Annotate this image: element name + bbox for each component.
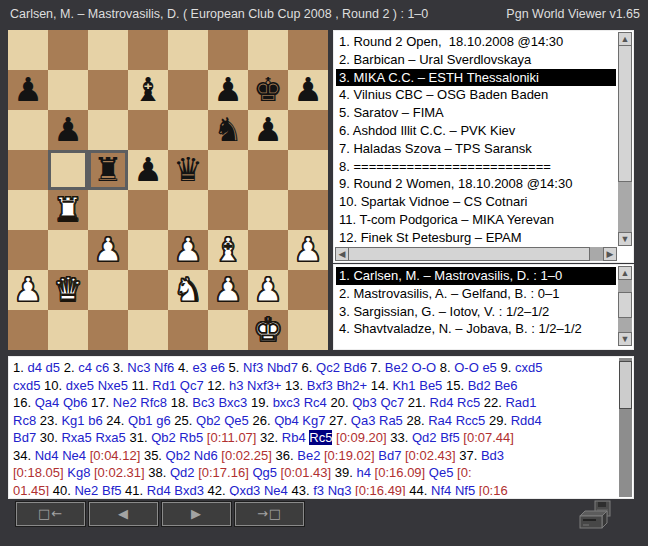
move[interactable]: Be6 <box>494 378 517 393</box>
move[interactable]: Bd7 <box>13 430 36 445</box>
square-b1 <box>48 310 88 350</box>
move-time[interactable]: [0:19.02] <box>324 448 375 463</box>
move-number: 29. <box>489 413 507 428</box>
move-number: 39. <box>335 465 353 480</box>
piece-black-pawn: ♟ <box>13 70 43 110</box>
square-d8 <box>128 30 168 70</box>
piece-black-bishop: ♝ <box>133 70 163 110</box>
square-d5: ♟ <box>128 150 168 190</box>
square-e5: ♛ <box>168 150 208 190</box>
move-number: 1. <box>13 360 24 375</box>
rounds-item-7[interactable]: 7. Haladas Szova – TPS Saransk <box>336 140 616 158</box>
games-item-3[interactable]: 3. Sargissian, G. – Iotov, V. : 1/2–1/2 <box>336 303 616 321</box>
move-line-4: Rc8 23. Kg1 b6 24. Qb1 g6 25. Qb2 Qe5 26… <box>13 412 613 430</box>
piece-white-pawn: ♟ <box>253 270 283 310</box>
scroll-left-icon[interactable]: ◀ <box>335 247 349 261</box>
square-g1: ♚ <box>248 310 288 350</box>
scroll-down-icon[interactable]: ▼ <box>618 232 632 246</box>
square-g8 <box>248 30 288 70</box>
move-time[interactable]: [0:16 <box>479 483 508 497</box>
move-number: 19. <box>251 395 269 410</box>
disk-drive-icon[interactable] <box>574 498 614 534</box>
piece-black-pawn: ♟ <box>133 150 163 190</box>
square-e8 <box>168 30 208 70</box>
move[interactable]: Qd2 <box>170 465 195 480</box>
scrollbar-thumb[interactable] <box>619 361 632 409</box>
rounds-item-10[interactable]: 10. Spartak Vidnoe – CS Cotnari <box>336 193 616 211</box>
move-number: 7. <box>370 360 381 375</box>
move-number: 36. <box>276 448 294 463</box>
move-number: 8. <box>440 360 451 375</box>
square-a3 <box>8 230 48 270</box>
square-a7: ♟ <box>8 70 48 110</box>
move[interactable]: Nf4 <box>431 483 451 497</box>
move-number: 4. <box>178 360 189 375</box>
scrollbar-thumb[interactable] <box>348 247 590 261</box>
games-item-4[interactable]: 4. Shavtvaladze, N. – Jobava, B. : 1/2–1… <box>336 320 616 338</box>
move[interactable]: Nd4 <box>35 448 59 463</box>
move-number: 43. <box>291 483 309 497</box>
move[interactable]: Qa3 <box>351 413 376 428</box>
games-vertical-scrollbar[interactable]: ▲ ▼ <box>618 266 632 346</box>
move[interactable]: Rc5 <box>457 395 480 410</box>
rounds-item-12[interactable]: 12. Finek St Petesburg – EPAM <box>336 229 616 246</box>
move[interactable]: Qb1 <box>128 413 153 428</box>
move[interactable]: cxd5 <box>13 378 40 393</box>
move[interactable]: Bc3 <box>192 395 214 410</box>
square-e7 <box>168 70 208 110</box>
square-b7 <box>48 70 88 110</box>
move[interactable]: Bh2+ <box>336 378 367 393</box>
piece-black-pawn: ♟ <box>213 70 243 110</box>
square-b8 <box>48 30 88 70</box>
prev-move-button[interactable]: ◀ <box>89 502 158 526</box>
move[interactable]: Nxf3+ <box>247 378 281 393</box>
move[interactable]: Qa4 <box>35 395 60 410</box>
square-d3 <box>128 230 168 270</box>
move-list: 1. d4 d5 2. c4 c6 3. Nc3 Nf6 4. e3 e6 5.… <box>13 359 613 496</box>
rounds-item-11[interactable]: 11. T-com Podgorica – MIKA Yerevan <box>336 211 616 229</box>
move[interactable]: Bd2 <box>468 378 491 393</box>
move[interactable]: Rxa5 <box>95 430 125 445</box>
move[interactable]: Bd6 <box>344 360 367 375</box>
move-number: 10. <box>44 378 62 393</box>
move[interactable]: O-O <box>454 360 479 375</box>
move[interactable]: d5 <box>46 360 60 375</box>
move[interactable]: Qd2 <box>412 430 437 445</box>
square-c7 <box>88 70 128 110</box>
piece-black-pawn: ♟ <box>293 70 323 110</box>
move-line-6: 34. Nd4 Ne4 [0:04.12] 35. Qb2 Nd6 [0:02.… <box>13 447 613 465</box>
square-c1 <box>88 310 128 350</box>
move[interactable]: Nf3 <box>243 360 263 375</box>
move[interactable]: e3 <box>192 360 206 375</box>
current-move[interactable]: Rc5 <box>309 430 332 445</box>
square-c4 <box>88 190 128 230</box>
square-e6 <box>168 110 208 150</box>
move[interactable]: Bd7 <box>378 448 401 463</box>
square-c5: ♜ <box>88 150 128 190</box>
square-e3: ♟ <box>168 230 208 270</box>
piece-white-pawn: ♟ <box>173 230 203 270</box>
move-number: 6. <box>302 360 313 375</box>
move-number: 20. <box>330 395 348 410</box>
square-a5 <box>8 150 48 190</box>
move[interactable]: Nf6 <box>154 360 174 375</box>
move[interactable]: h3 <box>229 378 243 393</box>
square-d7: ♝ <box>128 70 168 110</box>
square-a8 <box>8 30 48 70</box>
move[interactable]: Rd1 <box>152 378 176 393</box>
move[interactable]: Nc3 <box>127 360 150 375</box>
move-number: 38. <box>148 465 166 480</box>
move-time[interactable]: [0:07.44] <box>463 430 514 445</box>
piece-white-pawn: ♟ <box>13 270 43 310</box>
move-time[interactable]: [0:02.43] <box>405 448 456 463</box>
square-g4 <box>248 190 288 230</box>
games-item-2[interactable]: 2. Mastrovasilis, A. – Gelfand, B. : 0–1 <box>336 285 616 303</box>
move-number: 17. <box>91 395 109 410</box>
move-time[interactable]: [0:04.12] <box>90 448 141 463</box>
square-h1 <box>288 310 328 350</box>
move-number: 35. <box>144 448 162 463</box>
move[interactable]: h4 <box>357 465 371 480</box>
square-h2 <box>288 270 328 310</box>
move-line-8: 01.45] 40. Ne2 Bf5 41. Rd4 Bxd3 42. Qxd3… <box>13 482 613 497</box>
move[interactable]: Nd6 <box>194 448 218 463</box>
scroll-down-icon[interactable]: ▼ <box>618 332 632 346</box>
move[interactable]: f3 <box>313 483 324 497</box>
move[interactable]: Kg8 <box>67 465 90 480</box>
moves-vertical-scrollbar[interactable] <box>619 358 632 497</box>
rounds-item-3[interactable]: 3. MIKA C.C. – ESTH Thessaloniki <box>336 69 616 87</box>
move[interactable]: Nf5 <box>455 483 475 497</box>
move[interactable]: c6 <box>95 360 109 375</box>
square-d6 <box>128 110 168 150</box>
rounds-item-6[interactable]: 6. Ashdod Illit C.C. – PVK Kiev <box>336 122 616 140</box>
go-first-button[interactable]: □← <box>16 502 85 526</box>
piece-black-pawn: ♟ <box>253 110 283 150</box>
square-f2: ♟ <box>208 270 248 310</box>
move[interactable]: dxe5 <box>66 378 94 393</box>
square-f4 <box>208 190 248 230</box>
game-title: Carlsen, M. – Mastrovasilis, D. ( Europe… <box>10 7 428 21</box>
move[interactable]: Ra4 <box>428 413 452 428</box>
move-time[interactable]: [0: <box>457 465 471 480</box>
move-number: 42. <box>208 483 226 497</box>
move[interactable]: Ne2 <box>74 483 98 497</box>
square-a1 <box>8 310 48 350</box>
move-number: 3. <box>113 360 124 375</box>
next-move-button[interactable]: ▶ <box>162 502 231 526</box>
move[interactable]: Nbd7 <box>267 360 298 375</box>
square-b3 <box>48 230 88 270</box>
move[interactable]: Bxc3 <box>218 395 247 410</box>
square-g6: ♟ <box>248 110 288 150</box>
move-number: 14. <box>371 378 389 393</box>
go-last-button[interactable]: →□ <box>235 502 304 526</box>
games-list-panel: 1. Carlsen, M. – Mastrovasilis, D. : 1–0… <box>333 264 634 350</box>
move-number: 34. <box>13 448 31 463</box>
move-number: 27. <box>329 413 347 428</box>
move-time[interactable]: [0:09.20] <box>336 430 387 445</box>
square-g3 <box>248 230 288 270</box>
square-e1 <box>168 310 208 350</box>
square-b6: ♟ <box>48 110 88 150</box>
move[interactable]: Be2 <box>385 360 408 375</box>
rounds-vertical-scrollbar[interactable]: ▲ ▼ <box>618 32 632 246</box>
move-line-2: cxd5 10. dxe5 Nxe5 11. Rd1 Qc7 12. h3 Nx… <box>13 377 613 395</box>
move[interactable]: Qg5 <box>252 465 277 480</box>
move-line-7: [0:18.05] Kg8 [0:02.31] 38. Qd2 [0:17.16… <box>13 464 613 482</box>
square-b5 <box>48 150 88 190</box>
move[interactable]: e6 <box>210 360 224 375</box>
square-e2: ♞ <box>168 270 208 310</box>
moves-panel: 1. d4 d5 2. c4 c6 3. Nc3 Nf6 4. e3 e6 5.… <box>8 356 634 499</box>
piece-black-king: ♚ <box>253 70 283 110</box>
move[interactable]: Be2 <box>297 448 320 463</box>
move-number: 33. <box>390 430 408 445</box>
move-line-3: 16. Qa4 Qb6 17. Ne2 Rfc8 18. Bc3 Bxc3 19… <box>13 394 613 412</box>
square-d2 <box>128 270 168 310</box>
move[interactable]: Qb2 <box>166 448 191 463</box>
scroll-up-icon[interactable]: ▲ <box>618 32 632 46</box>
square-g2: ♟ <box>248 270 288 310</box>
rounds-list: 1. Round 2 Open, 18.10.2008 @14:302. Bar… <box>336 33 616 246</box>
rounds-item-9[interactable]: 9. Round 2 Women, 18.10.2008 @14:30 <box>336 175 616 193</box>
rounds-item-4[interactable]: 4. Vilnius CBC – OSG Baden Baden <box>336 86 616 104</box>
square-h5 <box>288 150 328 190</box>
move-number: 30. <box>40 430 58 445</box>
move-number: 23. <box>40 413 58 428</box>
move-number: 11. <box>132 378 149 393</box>
move[interactable]: Qb2 <box>196 413 221 428</box>
move[interactable]: e5 <box>482 360 496 375</box>
move-number: 21. <box>408 395 426 410</box>
move-time[interactable]: [0:02.25] <box>221 448 272 463</box>
piece-white-king: ♚ <box>253 310 283 350</box>
move-number: 37. <box>459 448 477 463</box>
square-f3: ♝ <box>208 230 248 270</box>
square-c6 <box>88 110 128 150</box>
move[interactable]: Bf5 <box>102 483 122 497</box>
rounds-item-5[interactable]: 5. Saratov – FIMA <box>336 104 616 122</box>
move[interactable]: g6 <box>156 413 170 428</box>
move-number: 12. <box>207 378 225 393</box>
move[interactable]: Rd4 <box>147 483 171 497</box>
move-number: 18. <box>171 395 189 410</box>
move[interactable]: Be5 <box>419 378 442 393</box>
move-time[interactable]: [0:16.49] <box>355 483 406 497</box>
square-a4 <box>8 190 48 230</box>
move[interactable]: Rb4 <box>282 430 306 445</box>
move[interactable]: Qb2 <box>151 430 176 445</box>
move-time[interactable]: [0:16.09] <box>375 465 426 480</box>
move[interactable]: Qc7 <box>180 378 204 393</box>
move[interactable]: Rfc8 <box>140 395 167 410</box>
move[interactable]: bxc3 <box>273 395 300 410</box>
move[interactable]: Bd3 <box>481 448 504 463</box>
piece-white-knight: ♞ <box>173 270 203 310</box>
move[interactable]: Bf5 <box>440 430 460 445</box>
square-c3: ♟ <box>88 230 128 270</box>
square-d4 <box>128 190 168 230</box>
move-time[interactable]: [0:02.31] <box>94 465 145 480</box>
move[interactable]: Ne4 <box>264 483 288 497</box>
square-h6 <box>288 110 328 150</box>
square-f6: ♞ <box>208 110 248 150</box>
games-item-1[interactable]: 1. Carlsen, M. – Mastrovasilis, D. : 1–0 <box>336 267 616 285</box>
move[interactable]: Kg7 <box>302 413 325 428</box>
move[interactable]: Qe5 <box>429 465 454 480</box>
piece-white-pawn: ♟ <box>93 230 123 270</box>
move[interactable]: cxd5 <box>515 360 542 375</box>
pgn-viewer-window: Carlsen, M. – Mastrovasilis, D. ( Europe… <box>0 0 648 546</box>
title-bar: Carlsen, M. – Mastrovasilis, D. ( Europe… <box>0 0 648 28</box>
move[interactable]: Qb3 <box>352 395 377 410</box>
move[interactable]: c4 <box>78 360 92 375</box>
move-number: 32. <box>260 430 278 445</box>
square-c2 <box>88 270 128 310</box>
move-number: 2. <box>64 360 75 375</box>
scrollbar-thumb[interactable] <box>618 45 632 182</box>
square-h4 <box>288 190 328 230</box>
move[interactable]: Rcc5 <box>456 413 486 428</box>
piece-white-bishop: ♝ <box>213 230 243 270</box>
move-number: 9. <box>500 360 511 375</box>
rounds-item-8[interactable]: 8. ========================== <box>336 158 616 176</box>
move[interactable]: Ne4 <box>62 448 86 463</box>
square-h7: ♟ <box>288 70 328 110</box>
move[interactable]: Qb4 <box>274 413 299 428</box>
move-line-5: Bd7 30. Rxa5 Rxa5 31. Qb2 Rb5 [0:11.07] … <box>13 429 613 447</box>
move-number: 44. <box>409 483 427 497</box>
piece-white-pawn: ♟ <box>213 270 243 310</box>
move[interactable]: Qc2 <box>316 360 340 375</box>
piece-white-pawn: ♟ <box>293 230 323 270</box>
move-number: 25. <box>174 413 192 428</box>
square-a2: ♟ <box>8 270 48 310</box>
move-time[interactable]: [0:18.05] <box>13 465 64 480</box>
move[interactable]: Nxe5 <box>98 378 128 393</box>
move[interactable]: Kg1 <box>61 413 84 428</box>
move-number: 15. <box>446 378 464 393</box>
move[interactable]: Bxf3 <box>307 378 333 393</box>
piece-black-rook: ♜ <box>93 150 123 190</box>
square-b2: ♛ <box>48 270 88 310</box>
square-a6 <box>8 110 48 150</box>
square-f5 <box>208 150 248 190</box>
move-number: 28. <box>406 413 424 428</box>
move[interactable]: Bxd3 <box>174 483 204 497</box>
rounds-horizontal-scrollbar[interactable]: ◀ ▶ <box>335 247 617 261</box>
move-number: 22. <box>484 395 502 410</box>
piece-black-queen: ♛ <box>173 150 203 190</box>
move-line-1: 1. d4 d5 2. c4 c6 3. Nc3 Nf6 4. e3 e6 5.… <box>13 359 613 377</box>
piece-white-queen: ♛ <box>53 270 83 310</box>
move[interactable]: Qb6 <box>63 395 88 410</box>
move[interactable]: Qxd3 <box>229 483 260 497</box>
move-number: 41. <box>125 483 143 497</box>
move[interactable]: Rad1 <box>505 395 536 410</box>
scroll-right-icon[interactable]: ▶ <box>603 247 617 261</box>
move[interactable]: Qc7 <box>380 395 404 410</box>
scrollbar-thumb[interactable] <box>618 292 632 318</box>
square-f7: ♟ <box>208 70 248 110</box>
scroll-up-icon[interactable]: ▲ <box>618 266 632 280</box>
square-g5 <box>248 150 288 190</box>
square-h3: ♟ <box>288 230 328 270</box>
move-number: 31. <box>129 430 147 445</box>
move-time[interactable]: [0:11.07] <box>207 430 257 445</box>
rounds-list-panel: 1. Round 2 Open, 18.10.2008 @14:302. Bar… <box>333 30 634 263</box>
move-number: 24. <box>106 413 124 428</box>
move-number: 26. <box>252 413 270 428</box>
square-b4: ♜ <box>48 190 88 230</box>
move[interactable]: Rd4 <box>430 395 454 410</box>
move[interactable]: d4 <box>27 360 41 375</box>
square-d1 <box>128 310 168 350</box>
move[interactable]: Rc8 <box>13 413 36 428</box>
move[interactable]: O-O <box>412 360 437 375</box>
move[interactable]: Ra5 <box>379 413 403 428</box>
chess-board: ♟♝♟♚♟♟♞♟♜♟♛♜♟♟♝♟♟♛♞♟♟♚ <box>8 30 328 350</box>
move-number: 5. <box>229 360 240 375</box>
move-time[interactable]: [0:01.43] <box>281 465 332 480</box>
move-number: 16. <box>13 395 31 410</box>
move[interactable]: Kh1 <box>392 378 415 393</box>
square-h8 <box>288 30 328 70</box>
move[interactable]: Qe5 <box>224 413 249 428</box>
move[interactable]: Rxa5 <box>61 430 91 445</box>
rounds-item-2[interactable]: 2. Barbican – Ural Sverdlovskaya <box>336 51 616 69</box>
rounds-item-1[interactable]: 1. Round 2 Open, 18.10.2008 @14:30 <box>336 33 616 51</box>
move-number: 13. <box>285 378 303 393</box>
piece-black-knight: ♞ <box>213 110 243 150</box>
square-g7: ♚ <box>248 70 288 110</box>
move[interactable]: Rb5 <box>179 430 203 445</box>
piece-black-pawn: ♟ <box>53 110 83 150</box>
move[interactable]: Ne2 <box>113 395 137 410</box>
piece-white-rook: ♜ <box>53 190 83 230</box>
move[interactable]: Rc4 <box>304 395 327 410</box>
square-f8 <box>208 30 248 70</box>
move[interactable]: Rdd4 <box>511 413 542 428</box>
app-name: Pgn World Viewer v1.65 <box>506 7 640 21</box>
square-e4 <box>168 190 208 230</box>
move[interactable]: b6 <box>88 413 102 428</box>
square-c8 <box>88 30 128 70</box>
move-number: 40. <box>53 483 71 497</box>
move-time[interactable]: 01.45] <box>13 483 49 497</box>
games-list: 1. Carlsen, M. – Mastrovasilis, D. : 1–0… <box>336 267 616 343</box>
move[interactable]: Ng3 <box>328 483 352 497</box>
move-time[interactable]: [0:17.16] <box>198 465 249 480</box>
square-f1 <box>208 310 248 350</box>
